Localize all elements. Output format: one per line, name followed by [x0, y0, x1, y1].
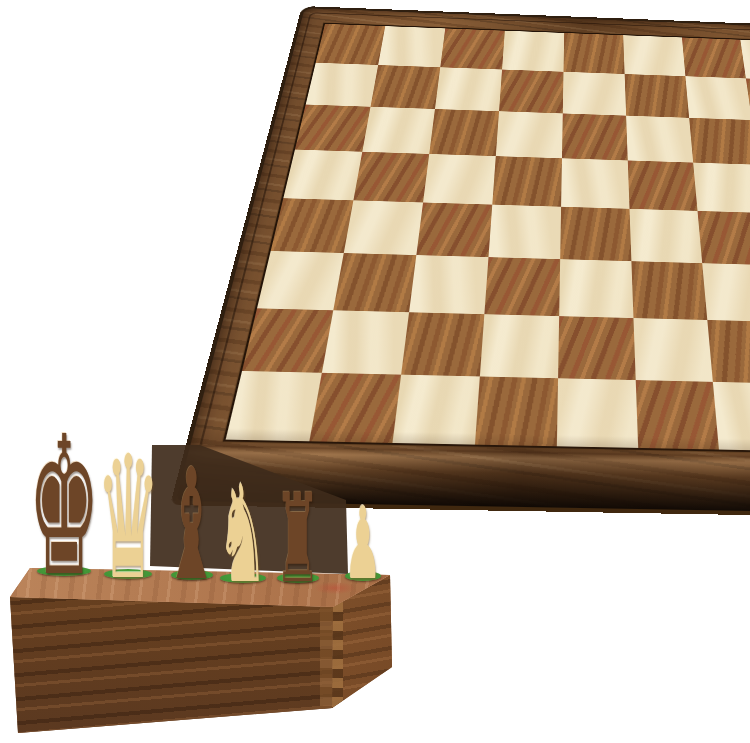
board-square	[322, 310, 409, 374]
board-squares-grid	[226, 24, 750, 453]
board-square	[707, 320, 750, 384]
board-square	[502, 31, 564, 72]
board-square	[623, 35, 685, 76]
board-square	[626, 116, 693, 163]
board-square	[559, 259, 633, 318]
board-square	[631, 261, 707, 320]
board-square	[563, 33, 624, 74]
board-square	[429, 109, 499, 156]
board-square	[226, 371, 322, 441]
board-square	[630, 209, 703, 263]
board-square	[557, 378, 638, 448]
board-square	[488, 205, 561, 260]
board-square	[295, 105, 371, 152]
board-square	[492, 156, 562, 207]
board-square	[309, 373, 401, 443]
board-square	[685, 76, 750, 120]
board-square	[283, 150, 362, 201]
board-square	[409, 255, 488, 314]
board-square	[423, 154, 496, 205]
board-square	[333, 253, 416, 312]
board-square	[378, 26, 445, 67]
board-square	[499, 70, 563, 114]
board-square	[693, 163, 750, 213]
board-square	[435, 67, 502, 111]
board-square	[563, 72, 626, 116]
board-square	[702, 263, 750, 322]
chess-set-photo: ♚ ♛ ♝ ♞ ♜ ♟	[0, 0, 750, 743]
chessboard	[170, 6, 750, 518]
board-square	[257, 251, 344, 310]
piece-light-pawn: ♟	[313, 494, 413, 594]
pawn-glyph: ♟	[344, 494, 382, 594]
board-square	[484, 257, 560, 316]
board-square	[306, 63, 378, 107]
board-square	[698, 211, 750, 265]
board-square	[440, 28, 505, 69]
board-square	[316, 24, 386, 65]
board-square	[558, 316, 636, 380]
board-square	[496, 111, 563, 158]
board-square	[401, 312, 484, 376]
board-square	[242, 308, 333, 372]
board-square	[362, 107, 435, 154]
board-square	[561, 158, 629, 209]
board-square	[416, 202, 492, 257]
board-square	[392, 375, 479, 445]
board-square	[682, 37, 746, 78]
board-square	[628, 160, 698, 210]
board-square	[475, 376, 558, 446]
board-square	[636, 380, 719, 449]
board-square	[633, 318, 712, 382]
dovetail-joints-front	[320, 606, 333, 710]
board-square	[344, 200, 423, 255]
board-square	[625, 74, 690, 118]
board-square	[689, 118, 750, 165]
board-square	[353, 152, 429, 203]
board-square	[371, 65, 441, 109]
board-square	[713, 382, 750, 451]
board-square	[562, 113, 628, 160]
board-square	[271, 198, 354, 253]
board-square	[560, 207, 631, 261]
board-square	[480, 314, 559, 378]
